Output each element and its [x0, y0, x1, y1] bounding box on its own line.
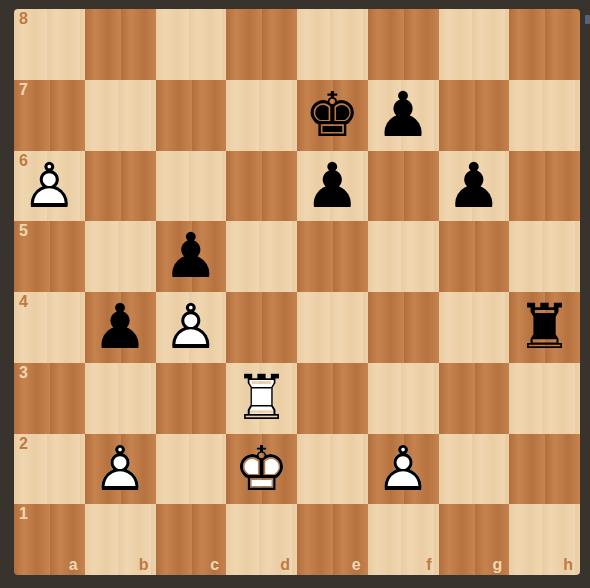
square-a1[interactable]: 1a: [14, 504, 85, 575]
pawn-glyph-fill: ♟: [156, 221, 227, 292]
square-e3[interactable]: [297, 363, 368, 434]
pawn-glyph-fill: ♟: [297, 151, 368, 222]
square-c5[interactable]: ♟: [156, 221, 227, 292]
square-g5[interactable]: [439, 221, 510, 292]
rook-glyph-fill: ♜: [509, 292, 580, 363]
square-c2[interactable]: [156, 434, 227, 505]
piece-white-pawn-f2[interactable]: ♟♙: [368, 434, 439, 505]
square-h5[interactable]: [509, 221, 580, 292]
square-e1[interactable]: e: [297, 504, 368, 575]
pawn-glyph-fill: ♟: [368, 80, 439, 151]
piece-black-pawn-b4[interactable]: ♟: [85, 292, 156, 363]
square-g3[interactable]: [439, 363, 510, 434]
rank-label-3: 3: [19, 364, 28, 382]
square-b2[interactable]: ♟♙: [85, 434, 156, 505]
square-f1[interactable]: f: [368, 504, 439, 575]
pawn-glyph-outline: ♙: [368, 434, 439, 505]
square-f6[interactable]: [368, 151, 439, 222]
square-g1[interactable]: g: [439, 504, 510, 575]
square-f2[interactable]: ♟♙: [368, 434, 439, 505]
piece-white-rook-d3[interactable]: ♜♖: [226, 363, 297, 434]
square-h6[interactable]: [509, 151, 580, 222]
square-c3[interactable]: [156, 363, 227, 434]
square-g7[interactable]: [439, 80, 510, 151]
square-d7[interactable]: [226, 80, 297, 151]
king-glyph-outline: ♔: [226, 434, 297, 505]
square-h8[interactable]: [509, 9, 580, 80]
square-g6[interactable]: ♟: [439, 151, 510, 222]
square-g2[interactable]: [439, 434, 510, 505]
square-b8[interactable]: [85, 9, 156, 80]
piece-black-pawn-e6[interactable]: ♟: [297, 151, 368, 222]
square-g4[interactable]: [439, 292, 510, 363]
square-a8[interactable]: 8: [14, 9, 85, 80]
square-b1[interactable]: b: [85, 504, 156, 575]
file-label-e: e: [352, 556, 361, 574]
square-d6[interactable]: [226, 151, 297, 222]
piece-black-pawn-c5[interactable]: ♟: [156, 221, 227, 292]
rank-label-5: 5: [19, 222, 28, 240]
square-c7[interactable]: [156, 80, 227, 151]
square-d4[interactable]: [226, 292, 297, 363]
square-e6[interactable]: ♟: [297, 151, 368, 222]
square-b3[interactable]: [85, 363, 156, 434]
pawn-glyph-outline: ♙: [85, 434, 156, 505]
square-f4[interactable]: [368, 292, 439, 363]
file-label-d: d: [280, 556, 290, 574]
square-a7[interactable]: 7: [14, 80, 85, 151]
square-h2[interactable]: [509, 434, 580, 505]
square-b4[interactable]: ♟: [85, 292, 156, 363]
square-b5[interactable]: [85, 221, 156, 292]
file-label-b: b: [139, 556, 149, 574]
square-g8[interactable]: [439, 9, 510, 80]
square-f5[interactable]: [368, 221, 439, 292]
rank-label-2: 2: [19, 435, 28, 453]
square-a6[interactable]: 6♟♙: [14, 151, 85, 222]
square-b6[interactable]: [85, 151, 156, 222]
square-c6[interactable]: [156, 151, 227, 222]
square-e8[interactable]: [297, 9, 368, 80]
pawn-glyph-outline: ♙: [14, 151, 85, 222]
square-h1[interactable]: h: [509, 504, 580, 575]
king-glyph-fill: ♚: [297, 80, 368, 151]
square-f7[interactable]: ♟: [368, 80, 439, 151]
rook-glyph-outline: ♖: [226, 363, 297, 434]
square-a4[interactable]: 4: [14, 292, 85, 363]
square-a3[interactable]: 3: [14, 363, 85, 434]
piece-white-pawn-a6[interactable]: ♟♙: [14, 151, 85, 222]
square-f8[interactable]: [368, 9, 439, 80]
square-a2[interactable]: 2: [14, 434, 85, 505]
square-h3[interactable]: [509, 363, 580, 434]
square-h4[interactable]: ♜: [509, 292, 580, 363]
rank-label-1: 1: [19, 505, 28, 523]
piece-white-king-d2[interactable]: ♚♔: [226, 434, 297, 505]
square-b7[interactable]: [85, 80, 156, 151]
square-c1[interactable]: c: [156, 504, 227, 575]
square-f3[interactable]: [368, 363, 439, 434]
square-d5[interactable]: [226, 221, 297, 292]
pawn-glyph-fill: ♟: [85, 292, 156, 363]
piece-white-pawn-b2[interactable]: ♟♙: [85, 434, 156, 505]
file-label-g: g: [492, 556, 502, 574]
square-e7[interactable]: ♚: [297, 80, 368, 151]
rank-label-7: 7: [19, 81, 28, 99]
file-label-h: h: [563, 556, 573, 574]
square-a5[interactable]: 5: [14, 221, 85, 292]
rank-label-8: 8: [19, 10, 28, 28]
chess-board[interactable]: 87♚♟6♟♙♟♟5♟4♟♟♙♜3♜♖2♟♙♚♔♟♙1abcdefgh: [14, 9, 580, 575]
square-d8[interactable]: [226, 9, 297, 80]
piece-white-pawn-c4[interactable]: ♟♙: [156, 292, 227, 363]
square-c8[interactable]: [156, 9, 227, 80]
file-label-c: c: [210, 556, 219, 574]
square-e4[interactable]: [297, 292, 368, 363]
file-label-a: a: [69, 556, 78, 574]
piece-black-rook-h4[interactable]: ♜: [509, 292, 580, 363]
square-d3[interactable]: ♜♖: [226, 363, 297, 434]
scrollbar-artifact: [585, 15, 590, 24]
piece-black-king-e7[interactable]: ♚: [297, 80, 368, 151]
piece-black-pawn-g6[interactable]: ♟: [439, 151, 510, 222]
page-background: 87♚♟6♟♙♟♟5♟4♟♟♙♜3♜♖2♟♙♚♔♟♙1abcdefgh: [0, 0, 590, 588]
square-e2[interactable]: [297, 434, 368, 505]
square-h7[interactable]: [509, 80, 580, 151]
pawn-glyph-outline: ♙: [156, 292, 227, 363]
piece-black-pawn-f7[interactable]: ♟: [368, 80, 439, 151]
rank-label-4: 4: [19, 293, 28, 311]
pawn-glyph-fill: ♟: [439, 151, 510, 222]
square-d2[interactable]: ♚♔: [226, 434, 297, 505]
file-label-f: f: [426, 556, 431, 574]
square-d1[interactable]: d: [226, 504, 297, 575]
square-e5[interactable]: [297, 221, 368, 292]
square-c4[interactable]: ♟♙: [156, 292, 227, 363]
